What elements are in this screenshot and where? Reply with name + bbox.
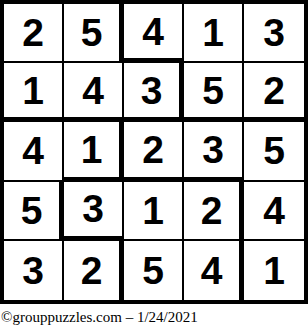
cell-r5c2: 2	[64, 241, 124, 300]
cell-r1c5: 3	[244, 4, 304, 63]
cell-r3c2: 1	[64, 122, 124, 181]
cell-r2c2: 4	[64, 63, 124, 122]
cell-r3c3: 2	[124, 122, 184, 181]
cell-r3c1: 4	[4, 122, 64, 181]
cell-r1c1: 2	[4, 4, 64, 63]
cell-r4c2: 3	[64, 182, 124, 241]
cell-r4c3: 1	[124, 182, 184, 241]
copyright-footer: ©grouppuzzles.com – 1/24/2021	[0, 304, 308, 326]
puzzle-page: 2541314352412355312432541 ©grouppuzzles.…	[0, 0, 308, 329]
cell-r1c2: 5	[64, 4, 124, 63]
cell-r2c3: 3	[124, 63, 184, 122]
cell-r2c4: 5	[184, 63, 244, 122]
cell-r2c1: 1	[4, 63, 64, 122]
sudoku-board: 2541314352412355312432541	[0, 0, 308, 304]
cell-r1c3: 4	[124, 4, 184, 63]
cell-r5c4: 4	[184, 241, 244, 300]
cell-r2c5: 2	[244, 63, 304, 122]
cell-r4c1: 5	[4, 182, 64, 241]
cell-r5c1: 3	[4, 241, 64, 300]
cell-r4c5: 4	[244, 182, 304, 241]
cell-r3c5: 5	[244, 122, 304, 181]
cell-r5c5: 1	[244, 241, 304, 300]
cell-r5c3: 5	[124, 241, 184, 300]
copyright-text: ©grouppuzzles.com – 1/24/2021	[1, 309, 198, 325]
cell-r1c4: 1	[184, 4, 244, 63]
cell-r3c4: 3	[184, 122, 244, 181]
cell-r4c4: 2	[184, 182, 244, 241]
